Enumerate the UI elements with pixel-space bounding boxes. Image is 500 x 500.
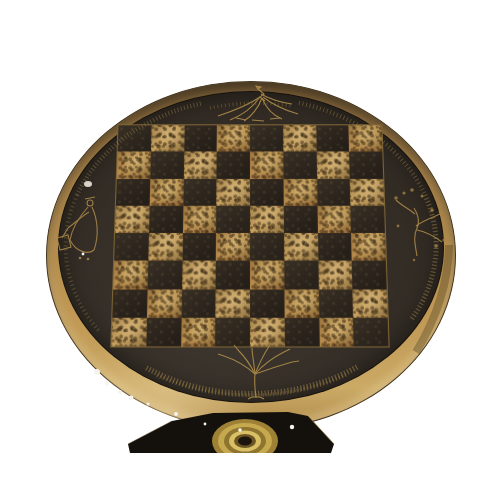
- square-e6[interactable]: [250, 178, 284, 205]
- square-f8[interactable]: [283, 125, 316, 151]
- square-e4[interactable]: [250, 233, 284, 261]
- square-f5[interactable]: [284, 206, 318, 233]
- square-a5[interactable]: [115, 206, 149, 233]
- square-b4[interactable]: [148, 233, 182, 261]
- square-b7[interactable]: [150, 152, 184, 179]
- square-d3[interactable]: [216, 261, 250, 289]
- square-d5[interactable]: [216, 206, 250, 233]
- square-e8[interactable]: [250, 125, 283, 151]
- square-h3[interactable]: [352, 261, 387, 289]
- square-a3[interactable]: [113, 261, 148, 289]
- square-c1[interactable]: [181, 318, 216, 347]
- chess-board[interactable]: [110, 124, 389, 347]
- square-c3[interactable]: [182, 261, 216, 289]
- square-f1[interactable]: [284, 318, 319, 347]
- square-d6[interactable]: [216, 178, 250, 205]
- square-f4[interactable]: [284, 233, 318, 261]
- square-a6[interactable]: [116, 178, 150, 205]
- square-b1[interactable]: [146, 318, 181, 347]
- square-d8[interactable]: [217, 125, 250, 151]
- chess-table-photo: [0, 0, 500, 500]
- square-h6[interactable]: [350, 178, 384, 205]
- square-a2[interactable]: [112, 289, 147, 318]
- square-f3[interactable]: [284, 261, 318, 289]
- square-d1[interactable]: [215, 318, 250, 347]
- square-h2[interactable]: [353, 289, 388, 318]
- square-c6[interactable]: [183, 178, 217, 205]
- square-g4[interactable]: [318, 233, 352, 261]
- square-a8[interactable]: [118, 125, 152, 151]
- square-e5[interactable]: [250, 206, 284, 233]
- square-f2[interactable]: [284, 289, 319, 318]
- square-g5[interactable]: [317, 206, 351, 233]
- square-b2[interactable]: [147, 289, 182, 318]
- square-d2[interactable]: [216, 289, 250, 318]
- square-b5[interactable]: [149, 206, 183, 233]
- square-e3[interactable]: [250, 261, 284, 289]
- square-f6[interactable]: [283, 178, 317, 205]
- square-c4[interactable]: [182, 233, 216, 261]
- square-h4[interactable]: [351, 233, 386, 261]
- square-g1[interactable]: [319, 318, 354, 347]
- square-a1[interactable]: [111, 318, 146, 347]
- square-c5[interactable]: [183, 206, 217, 233]
- square-h1[interactable]: [353, 318, 388, 347]
- square-b8[interactable]: [151, 125, 185, 151]
- square-g8[interactable]: [316, 125, 350, 151]
- square-a4[interactable]: [114, 233, 149, 261]
- square-h7[interactable]: [349, 152, 383, 179]
- square-g2[interactable]: [318, 289, 353, 318]
- square-g6[interactable]: [317, 178, 351, 205]
- square-d7[interactable]: [217, 152, 250, 179]
- square-e1[interactable]: [250, 318, 285, 347]
- square-h8[interactable]: [349, 125, 383, 151]
- square-e7[interactable]: [250, 152, 283, 179]
- square-b3[interactable]: [147, 261, 182, 289]
- square-b6[interactable]: [149, 178, 183, 205]
- square-c7[interactable]: [183, 152, 217, 179]
- square-a7[interactable]: [117, 152, 151, 179]
- square-c2[interactable]: [181, 289, 216, 318]
- square-g3[interactable]: [318, 261, 353, 289]
- square-g7[interactable]: [316, 152, 350, 179]
- square-f7[interactable]: [283, 152, 317, 179]
- square-c8[interactable]: [184, 125, 217, 151]
- square-e2[interactable]: [250, 289, 284, 318]
- square-d4[interactable]: [216, 233, 250, 261]
- square-h5[interactable]: [351, 206, 385, 233]
